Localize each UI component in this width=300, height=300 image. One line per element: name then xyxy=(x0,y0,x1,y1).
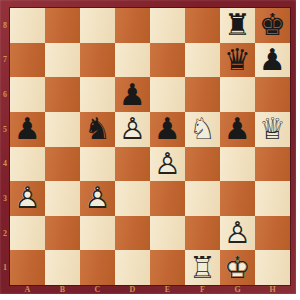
square-g5[interactable]: ♟ xyxy=(220,112,255,147)
square-c3[interactable]: ♟♙ xyxy=(80,181,115,216)
white-pawn-outline: ♙ xyxy=(224,216,251,250)
square-h1[interactable] xyxy=(255,250,290,285)
square-d1[interactable] xyxy=(115,250,150,285)
square-g7[interactable]: ♛ xyxy=(220,43,255,78)
white-pawn-outline: ♙ xyxy=(84,181,111,215)
rank-label-5: 5 xyxy=(0,112,10,147)
white-pawn[interactable]: ♟♙ xyxy=(154,147,181,181)
black-rook[interactable]: ♜ xyxy=(224,8,251,42)
square-d2[interactable] xyxy=(115,216,150,251)
square-a5[interactable]: ♟ xyxy=(10,112,45,147)
white-king[interactable]: ♚♔ xyxy=(224,251,251,285)
square-b4[interactable] xyxy=(45,147,80,182)
square-a3[interactable]: ♟♙ xyxy=(10,181,45,216)
black-pawn[interactable]: ♟ xyxy=(154,112,181,146)
square-d4[interactable] xyxy=(115,147,150,182)
square-f3[interactable] xyxy=(185,181,220,216)
rank-label-1: 1 xyxy=(0,250,10,285)
square-f4[interactable] xyxy=(185,147,220,182)
file-label-g: G xyxy=(220,284,255,294)
square-g4[interactable] xyxy=(220,147,255,182)
white-knight-outline: ♘ xyxy=(189,112,216,146)
square-a8[interactable] xyxy=(10,8,45,43)
file-label-c: C xyxy=(80,284,115,294)
file-labels: ABCDEFGH xyxy=(10,284,290,294)
square-f6[interactable] xyxy=(185,77,220,112)
file-label-a: A xyxy=(10,284,45,294)
rank-label-8: 8 xyxy=(0,8,10,43)
white-pawn-outline: ♙ xyxy=(119,112,146,146)
square-h2[interactable] xyxy=(255,216,290,251)
square-h7[interactable]: ♟ xyxy=(255,43,290,78)
square-h5[interactable]: ♛♕ xyxy=(255,112,290,147)
square-g1[interactable]: ♚♔ xyxy=(220,250,255,285)
file-label-e: E xyxy=(150,284,185,294)
square-e5[interactable]: ♟ xyxy=(150,112,185,147)
square-a1[interactable] xyxy=(10,250,45,285)
rank-label-7: 7 xyxy=(0,43,10,78)
square-d7[interactable] xyxy=(115,43,150,78)
square-b3[interactable] xyxy=(45,181,80,216)
square-e2[interactable] xyxy=(150,216,185,251)
square-c5[interactable]: ♞ xyxy=(80,112,115,147)
rank-labels: 87654321 xyxy=(0,8,10,285)
white-pawn[interactable]: ♟♙ xyxy=(119,112,146,146)
square-c2[interactable] xyxy=(80,216,115,251)
square-e8[interactable] xyxy=(150,8,185,43)
square-f5[interactable]: ♞♘ xyxy=(185,112,220,147)
square-c4[interactable] xyxy=(80,147,115,182)
black-pawn[interactable]: ♟ xyxy=(259,43,286,77)
rank-label-2: 2 xyxy=(0,216,10,251)
square-g8[interactable]: ♜ xyxy=(220,8,255,43)
black-queen[interactable]: ♛ xyxy=(224,43,251,77)
black-pawn[interactable]: ♟ xyxy=(119,78,146,112)
square-a2[interactable] xyxy=(10,216,45,251)
square-b5[interactable] xyxy=(45,112,80,147)
square-a4[interactable] xyxy=(10,147,45,182)
square-b6[interactable] xyxy=(45,77,80,112)
square-g6[interactable] xyxy=(220,77,255,112)
square-d3[interactable] xyxy=(115,181,150,216)
square-e3[interactable] xyxy=(150,181,185,216)
square-f7[interactable] xyxy=(185,43,220,78)
white-king-outline: ♔ xyxy=(224,251,251,285)
black-king[interactable]: ♚ xyxy=(259,8,286,42)
square-e7[interactable] xyxy=(150,43,185,78)
square-h8[interactable]: ♚ xyxy=(255,8,290,43)
square-e1[interactable] xyxy=(150,250,185,285)
white-rook[interactable]: ♜♖ xyxy=(189,251,216,285)
square-h6[interactable] xyxy=(255,77,290,112)
square-c7[interactable] xyxy=(80,43,115,78)
file-label-b: B xyxy=(45,284,80,294)
square-d8[interactable] xyxy=(115,8,150,43)
square-f1[interactable]: ♜♖ xyxy=(185,250,220,285)
chess-board: ♜♚♛♟♟♟♞♟♙♟♞♘♟♛♕♟♙♟♙♟♙♟♙♜♖♚♔ xyxy=(10,8,290,285)
white-pawn[interactable]: ♟♙ xyxy=(224,216,251,250)
file-label-d: D xyxy=(115,284,150,294)
square-c1[interactable] xyxy=(80,250,115,285)
rank-label-3: 3 xyxy=(0,181,10,216)
black-pawn[interactable]: ♟ xyxy=(224,112,251,146)
black-knight[interactable]: ♞ xyxy=(84,112,111,146)
square-e6[interactable] xyxy=(150,77,185,112)
square-h3[interactable] xyxy=(255,181,290,216)
rank-label-6: 6 xyxy=(0,77,10,112)
file-label-h: H xyxy=(255,284,290,294)
square-a6[interactable] xyxy=(10,77,45,112)
square-d5[interactable]: ♟♙ xyxy=(115,112,150,147)
square-f8[interactable] xyxy=(185,8,220,43)
white-pawn-outline: ♙ xyxy=(14,181,41,215)
square-h4[interactable] xyxy=(255,147,290,182)
black-pawn[interactable]: ♟ xyxy=(14,112,41,146)
white-queen[interactable]: ♛♕ xyxy=(259,112,286,146)
square-c8[interactable] xyxy=(80,8,115,43)
white-queen-outline: ♕ xyxy=(259,112,286,146)
square-f2[interactable] xyxy=(185,216,220,251)
square-b1[interactable] xyxy=(45,250,80,285)
square-c6[interactable] xyxy=(80,77,115,112)
white-rook-outline: ♖ xyxy=(189,251,216,285)
square-e4[interactable]: ♟♙ xyxy=(150,147,185,182)
square-g3[interactable] xyxy=(220,181,255,216)
white-pawn[interactable]: ♟♙ xyxy=(84,181,111,215)
file-label-f: F xyxy=(185,284,220,294)
square-a7[interactable] xyxy=(10,43,45,78)
chess-board-frame: 87654321 ♜♚♛♟♟♟♞♟♙♟♞♘♟♛♕♟♙♟♙♟♙♟♙♜♖♚♔ ABC… xyxy=(0,0,296,294)
square-b8[interactable] xyxy=(45,8,80,43)
white-knight[interactable]: ♞♘ xyxy=(189,112,216,146)
square-b7[interactable] xyxy=(45,43,80,78)
white-pawn-outline: ♙ xyxy=(154,147,181,181)
rank-label-4: 4 xyxy=(0,147,10,182)
square-b2[interactable] xyxy=(45,216,80,251)
white-pawn[interactable]: ♟♙ xyxy=(14,181,41,215)
square-d6[interactable]: ♟ xyxy=(115,77,150,112)
square-g2[interactable]: ♟♙ xyxy=(220,216,255,251)
